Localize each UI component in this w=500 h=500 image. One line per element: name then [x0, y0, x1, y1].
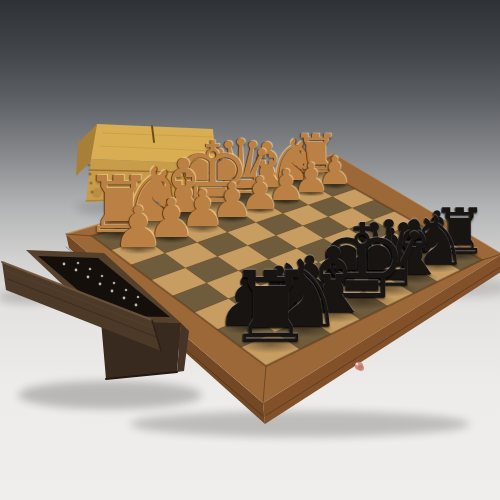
cast-shadow: [130, 411, 470, 437]
domino-pip: [99, 283, 102, 286]
photo-chess-scene: ♜♞♟♝♟♛♟♚♟♝♟♞♟♜♟♟♟♟♜♟♞♟♝♟♛♟♚♟♝♟♞♜: [0, 0, 500, 500]
domino-pip: [135, 304, 138, 307]
box-detail-dot: [92, 188, 102, 198]
box-detail-dot: [88, 172, 91, 175]
chess-board-and-boxes: [0, 0, 500, 500]
domino-pip: [101, 275, 104, 278]
domino-pip: [87, 276, 90, 279]
domino-pip: [111, 290, 114, 293]
box-detail-dot: [358, 365, 364, 371]
domino-pip: [63, 263, 66, 266]
domino-pip: [75, 269, 78, 272]
domino-pip: [125, 289, 128, 292]
domino-pip: [77, 262, 80, 265]
domino-pip: [89, 268, 92, 271]
domino-pip: [113, 282, 116, 285]
box-detail-dot: [87, 163, 90, 166]
domino-pip: [123, 297, 126, 300]
cast-shadow: [18, 381, 202, 409]
box-detail-dot: [89, 181, 92, 184]
box-detail-dot: [356, 363, 359, 366]
box-detail-dot: [103, 192, 111, 200]
domino-pip: [137, 296, 140, 299]
